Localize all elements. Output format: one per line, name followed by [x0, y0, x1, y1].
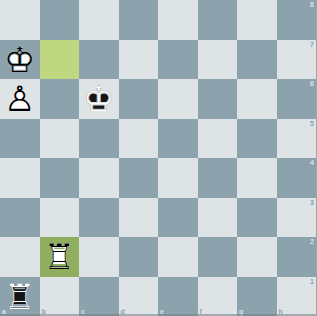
square-a5[interactable] [0, 119, 40, 159]
white-king[interactable]: ♚♔ [0, 40, 40, 80]
black-rook-outline: ♖ [0, 278, 40, 316]
square-d6[interactable] [119, 79, 159, 119]
square-e1[interactable]: e [158, 277, 198, 316]
square-g8[interactable] [237, 0, 277, 40]
file-label-f: f [200, 308, 202, 315]
rank-label-2: 2 [310, 238, 314, 245]
square-h3[interactable]: 3 [277, 198, 317, 238]
square-a4[interactable] [0, 158, 40, 198]
square-b5[interactable] [40, 119, 80, 159]
rank-label-6: 6 [310, 80, 314, 87]
board-grid: 8♚♔7♟♙♚♔6543♜♖2a♜♖bcdefg1h [0, 0, 316, 316]
square-d4[interactable] [119, 158, 159, 198]
square-g5[interactable] [237, 119, 277, 159]
white-rook-outline: ♖ [40, 238, 80, 278]
file-label-d: d [121, 308, 125, 315]
square-c6[interactable]: ♚♔ [79, 79, 119, 119]
square-g3[interactable] [237, 198, 277, 238]
square-d2[interactable] [119, 237, 159, 277]
square-h5[interactable]: 5 [277, 119, 317, 159]
square-e4[interactable] [158, 158, 198, 198]
square-f8[interactable] [198, 0, 238, 40]
square-e5[interactable] [158, 119, 198, 159]
square-c2[interactable] [79, 237, 119, 277]
square-b2[interactable]: ♜♖ [40, 237, 80, 277]
square-h1[interactable]: 1h [277, 277, 317, 316]
square-g1[interactable]: g [237, 277, 277, 316]
rank-label-3: 3 [310, 199, 314, 206]
square-f4[interactable] [198, 158, 238, 198]
file-label-c: c [81, 308, 85, 315]
square-e7[interactable] [158, 40, 198, 80]
square-b7[interactable] [40, 40, 80, 80]
square-d7[interactable] [119, 40, 159, 80]
square-h4[interactable]: 4 [277, 158, 317, 198]
square-g4[interactable] [237, 158, 277, 198]
square-a7[interactable]: ♚♔ [0, 40, 40, 80]
square-h8[interactable]: 8 [277, 0, 317, 40]
file-label-e: e [160, 308, 164, 315]
square-g7[interactable] [237, 40, 277, 80]
square-e8[interactable] [158, 0, 198, 40]
square-f6[interactable] [198, 79, 238, 119]
square-c7[interactable] [79, 40, 119, 80]
black-king-outline: ♔ [79, 80, 119, 120]
square-h2[interactable]: 2 [277, 237, 317, 277]
square-c1[interactable]: c [79, 277, 119, 316]
square-f5[interactable] [198, 119, 238, 159]
square-g2[interactable] [237, 237, 277, 277]
file-label-g: g [239, 308, 243, 315]
file-label-h: h [279, 308, 283, 315]
square-a1[interactable]: a♜♖ [0, 277, 40, 316]
rank-label-7: 7 [310, 41, 314, 48]
square-e2[interactable] [158, 237, 198, 277]
square-b4[interactable] [40, 158, 80, 198]
square-f1[interactable]: f [198, 277, 238, 316]
rank-label-8: 8 [310, 1, 314, 8]
square-c3[interactable] [79, 198, 119, 238]
square-c8[interactable] [79, 0, 119, 40]
square-d5[interactable] [119, 119, 159, 159]
white-pawn[interactable]: ♟♙ [0, 79, 40, 119]
square-d8[interactable] [119, 0, 159, 40]
square-g6[interactable] [237, 79, 277, 119]
square-a8[interactable] [0, 0, 40, 40]
square-a6[interactable]: ♟♙ [0, 79, 40, 119]
square-h7[interactable]: 7 [277, 40, 317, 80]
square-h6[interactable]: 6 [277, 79, 317, 119]
rank-label-1: 1 [310, 278, 314, 285]
rank-label-4: 4 [310, 159, 314, 166]
black-king[interactable]: ♚♔ [79, 79, 119, 119]
square-b8[interactable] [40, 0, 80, 40]
black-rook[interactable]: ♜♖ [0, 277, 40, 316]
square-d3[interactable] [119, 198, 159, 238]
square-f3[interactable] [198, 198, 238, 238]
white-pawn-outline: ♙ [0, 80, 40, 120]
square-e3[interactable] [158, 198, 198, 238]
white-king-outline: ♔ [0, 41, 40, 81]
square-f7[interactable] [198, 40, 238, 80]
square-b6[interactable] [40, 79, 80, 119]
square-a2[interactable] [0, 237, 40, 277]
square-b3[interactable] [40, 198, 80, 238]
square-c5[interactable] [79, 119, 119, 159]
chess-board: 8♚♔7♟♙♚♔6543♜♖2a♜♖bcdefg1h [0, 0, 316, 316]
white-rook[interactable]: ♜♖ [40, 237, 80, 277]
square-f2[interactable] [198, 237, 238, 277]
square-a3[interactable] [0, 198, 40, 238]
square-b1[interactable]: b [40, 277, 80, 316]
file-label-b: b [42, 308, 46, 315]
square-e6[interactable] [158, 79, 198, 119]
rank-label-5: 5 [310, 120, 314, 127]
square-c4[interactable] [79, 158, 119, 198]
square-d1[interactable]: d [119, 277, 159, 316]
